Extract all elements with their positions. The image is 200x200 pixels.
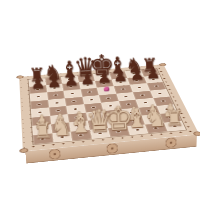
piece-black-pawn-c7: ♟ xyxy=(63,73,78,88)
square-b1: ♞ xyxy=(52,131,72,142)
piece-black-pawn-d7: ♟ xyxy=(80,71,95,86)
piece-black-pawn-h7: ♟ xyxy=(146,65,161,80)
piece-black-pawn-a7: ♟ xyxy=(30,76,45,91)
square-c1: ♝ xyxy=(71,130,92,141)
product-photo: ♜♞♝♛♚♝♞♜♟♟♟♟♟♟♟♟♟♟♟♟♟♟♟♟♜♞♝♛♚♝♞♜ xyxy=(0,0,200,200)
chessboard: ♜♞♝♛♚♝♞♜♟♟♟♟♟♟♟♟♟♟♟♟♟♟♟♟♜♞♝♛♚♝♞♜ xyxy=(19,64,199,151)
piece-white-rook-h1: ♜ xyxy=(165,108,185,128)
square-b5 xyxy=(48,98,67,107)
pink-butterfly-decoration xyxy=(103,86,109,91)
piece-black-pawn-b7: ♟ xyxy=(47,74,62,89)
piece-white-knight-b1: ♞ xyxy=(50,116,73,139)
piece-black-pawn-e7: ♟ xyxy=(97,70,112,85)
square-c5 xyxy=(65,97,84,106)
piece-white-rook-a1: ♜ xyxy=(32,120,53,141)
square-a1: ♜ xyxy=(33,133,53,144)
piece-black-pawn-g7: ♟ xyxy=(129,67,144,82)
piece-black-pawn-f7: ♟ xyxy=(113,68,128,83)
